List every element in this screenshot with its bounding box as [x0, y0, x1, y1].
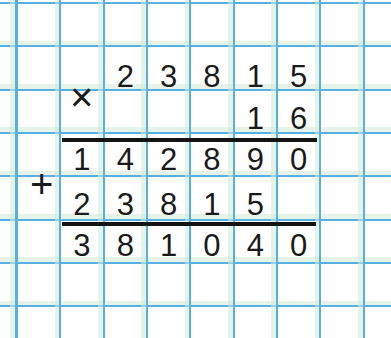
digit-cell: 8: [104, 224, 147, 267]
digit-cell: 2: [60, 183, 103, 226]
digit-cell: 3: [147, 55, 190, 98]
digit-cell: [104, 97, 147, 140]
digit-cell: 1: [234, 55, 277, 98]
digit-cell: 2: [104, 55, 147, 98]
digit-cell: [277, 183, 320, 226]
digit-cell: [320, 97, 363, 140]
digit-cell: [17, 97, 60, 140]
digit-cell: 8: [190, 55, 233, 98]
digit-cell: 1: [190, 183, 233, 226]
digit-cell: 4: [234, 224, 277, 267]
digit-cell: [320, 138, 363, 181]
digit-cell: [190, 97, 233, 140]
digit-cell: 1: [147, 224, 190, 267]
digit-cell: 6: [277, 97, 320, 140]
digit-cell: [320, 183, 363, 226]
digit-cell: 8: [190, 138, 233, 181]
partial-product-2-row: 2 3 8 1 5: [17, 183, 364, 226]
digit-cell: 0: [277, 224, 320, 267]
digit-cell: [17, 55, 60, 98]
digit-cell: [17, 224, 60, 267]
product-rule-line: [62, 222, 316, 226]
digit-cell: 4: [104, 138, 147, 181]
digit-cell: 9: [234, 138, 277, 181]
digit-cell: 1: [234, 97, 277, 140]
digit-cell: 0: [277, 138, 320, 181]
digit-cell: 5: [234, 183, 277, 226]
digit-cell: 2: [147, 138, 190, 181]
digit-cell: 1: [60, 138, 103, 181]
multiply-sign: ×: [60, 75, 103, 118]
digit-cell: [320, 224, 363, 267]
digit-cell: [147, 97, 190, 140]
partial-product-1-row: 1 4 2 8 9 0: [17, 138, 364, 181]
plus-sign: +: [20, 162, 63, 205]
digit-cell: [320, 55, 363, 98]
multiplier-rule-line: [62, 138, 317, 142]
digit-cell: 8: [147, 183, 190, 226]
product-row: 3 8 1 0 4 0: [17, 224, 364, 267]
digit-cell: 0: [190, 224, 233, 267]
digit-cell: 5: [277, 55, 320, 98]
digit-cell: 3: [104, 183, 147, 226]
graph-paper-sheet: 2 3 8 1 5 1 6 1 4 2 8 9 0 2 3 8 1 5: [0, 0, 391, 338]
digit-cell: 3: [60, 224, 103, 267]
